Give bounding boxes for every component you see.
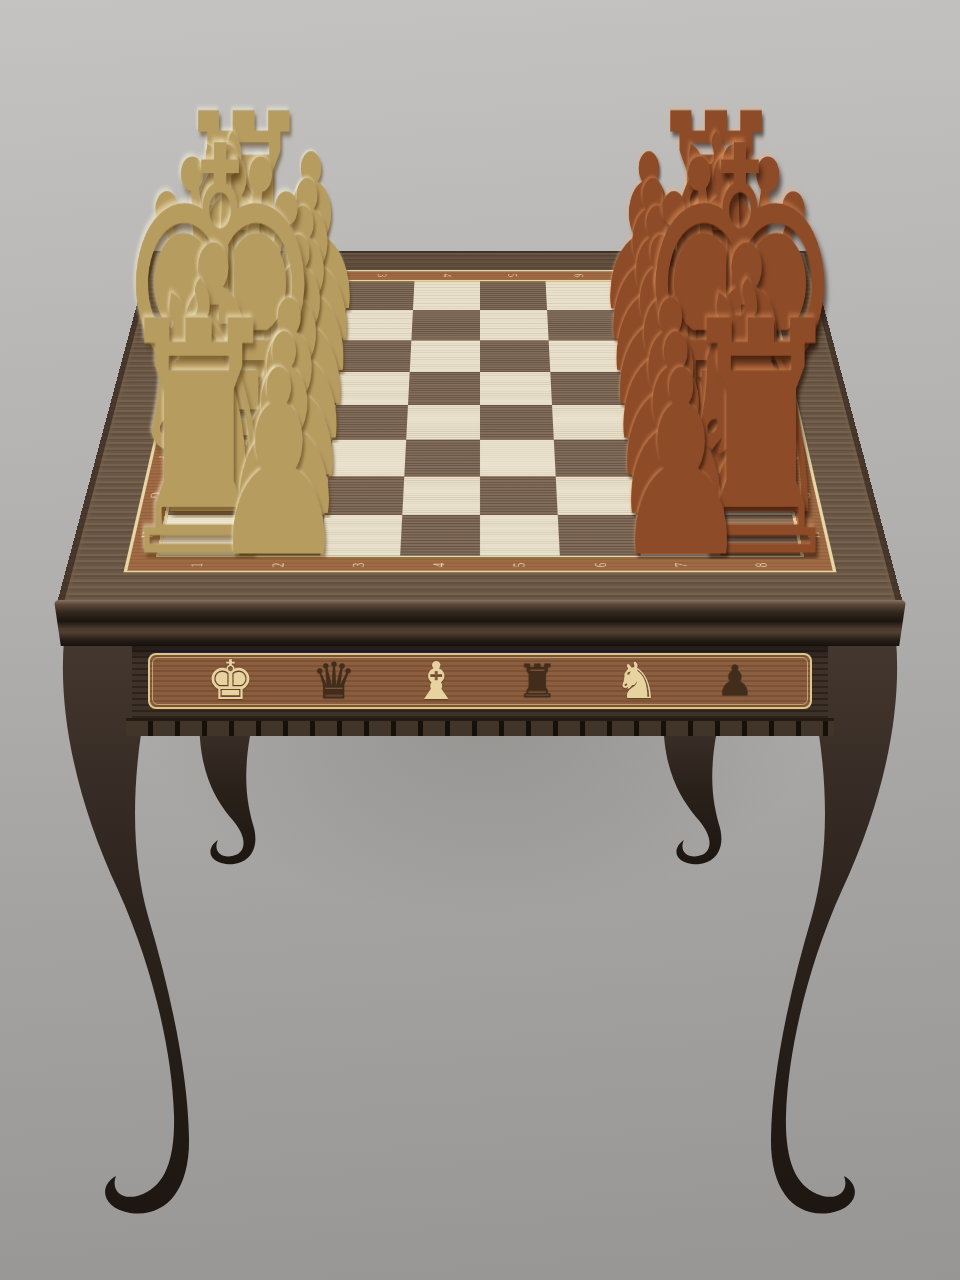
- square-f7: ♟: [628, 440, 708, 477]
- square-f2: ♟: [252, 440, 332, 477]
- square-b5: [480, 310, 549, 340]
- coord-back-8: 8: [701, 274, 717, 277]
- coord-back-1: 1: [243, 274, 259, 277]
- square-a8: ♜: [677, 281, 749, 310]
- square-c5: [480, 340, 551, 372]
- table-apron: ♚♛♝♜♞♟: [132, 646, 828, 718]
- square-a5: [480, 281, 547, 310]
- coord-front-5: 5: [511, 563, 530, 567]
- square-g6: [556, 476, 636, 515]
- square-c4: [409, 340, 480, 372]
- square-c6: [549, 340, 621, 372]
- square-g3: [324, 476, 404, 515]
- coord-front-7: 7: [672, 563, 692, 567]
- square-e5: [480, 405, 554, 440]
- square-b1: ♞: [205, 310, 279, 340]
- coord-right-c: C: [765, 354, 782, 358]
- square-h5: [480, 515, 560, 556]
- coord-front-1: 1: [188, 563, 208, 567]
- squares-grid: ♜♟♟♜♞♟♟♞♝♟♟♝♛♟♟♛♚♟♟♚♝♟♟♝♞♟♟♞♜♟♟♜: [156, 280, 804, 557]
- square-c3: [339, 340, 411, 372]
- inlay-rook-icon: ♜: [516, 658, 557, 704]
- coord-right-d: D: [772, 386, 790, 391]
- square-c7: ♟: [618, 340, 692, 372]
- coord-left-c: C: [177, 354, 194, 358]
- coord-back-3: 3: [374, 274, 390, 277]
- square-h8: ♜: [714, 515, 800, 556]
- square-f8: ♝: [702, 440, 784, 477]
- square-e4: [406, 405, 480, 440]
- inlay-queen-icon: ♛: [312, 656, 357, 706]
- square-a4: [413, 281, 480, 310]
- square-g5: [480, 476, 558, 515]
- square-h4: [400, 515, 480, 556]
- coord-left-b: B: [184, 323, 201, 327]
- square-a2: ♟: [278, 281, 348, 310]
- coord-back-5: 5: [505, 274, 520, 277]
- square-b7: ♟: [615, 310, 687, 340]
- coord-right-g: G: [795, 492, 814, 498]
- square-c8: ♝: [687, 340, 762, 372]
- square-e3: [332, 405, 408, 440]
- coord-front-8: 8: [752, 563, 772, 567]
- square-e8: ♚: [697, 405, 777, 440]
- square-h2: ♟: [240, 515, 324, 556]
- square-e7: ♟: [625, 405, 703, 440]
- square-g2: ♟: [246, 476, 328, 515]
- square-a7: ♟: [612, 281, 682, 310]
- square-a1: ♜: [211, 281, 283, 310]
- back-edge-numbers: 12345678: [217, 270, 743, 280]
- square-e6: [552, 405, 628, 440]
- coord-right-f: F: [787, 456, 806, 460]
- coord-front-3: 3: [349, 563, 368, 567]
- coord-right-b: B: [759, 323, 776, 327]
- square-b2: ♟: [273, 310, 345, 340]
- apron-inlay-panel: ♚♛♝♜♞♟: [148, 653, 812, 709]
- square-d6: [551, 372, 625, 405]
- apron-inlay-figures: ♚♛♝♜♞♟: [150, 655, 810, 707]
- coord-left-e: E: [162, 420, 180, 424]
- coord-back-2: 2: [308, 274, 324, 277]
- coord-front-6: 6: [591, 563, 610, 567]
- square-e1: ♚: [184, 405, 264, 440]
- coord-front-4: 4: [430, 563, 449, 567]
- square-g8: ♞: [708, 476, 792, 515]
- coord-back-4: 4: [440, 274, 455, 277]
- square-d7: ♟: [621, 372, 697, 405]
- square-f1: ♝: [176, 440, 258, 477]
- front-edge-numbers: 12345678: [156, 557, 804, 572]
- square-h3: [320, 515, 402, 556]
- square-f4: [404, 440, 480, 477]
- coord-left-a: A: [191, 294, 208, 298]
- square-f3: [328, 440, 406, 477]
- square-f6: [554, 440, 632, 477]
- coord-left-h: H: [136, 532, 156, 538]
- square-b3: [342, 310, 412, 340]
- square-d5: [480, 372, 552, 405]
- inlay-bishop-icon: ♝: [413, 655, 460, 707]
- square-b4: [411, 310, 480, 340]
- tabletop-edge-molding: [54, 600, 906, 646]
- square-h1: ♜: [160, 515, 246, 556]
- square-g7: ♟: [632, 476, 714, 515]
- coord-front-2: 2: [269, 563, 289, 567]
- inlay-pawn-icon: ♟: [716, 660, 754, 702]
- square-d8: ♛: [692, 372, 769, 405]
- square-h7: ♟: [636, 515, 720, 556]
- square-b8: ♞: [682, 310, 756, 340]
- square-a3: [345, 281, 414, 310]
- coord-back-6: 6: [570, 274, 586, 277]
- coord-back-7: 7: [636, 274, 652, 277]
- square-d3: [336, 372, 410, 405]
- coord-left-f: F: [154, 456, 173, 460]
- inlay-king-icon: ♚: [206, 654, 254, 708]
- square-d1: ♛: [191, 372, 268, 405]
- square-g4: [402, 476, 480, 515]
- coord-right-e: E: [780, 420, 798, 424]
- coord-left-d: D: [170, 386, 188, 391]
- square-d4: [408, 372, 480, 405]
- chessboard: 12345678 12345678 ABCDEFGH ABCDEFGH ♜♟♟♜…: [57, 251, 903, 604]
- inlay-knight-icon: ♞: [614, 656, 659, 706]
- dentil-molding: [126, 718, 834, 736]
- square-b6: [547, 310, 617, 340]
- square-d2: ♟: [263, 372, 339, 405]
- coord-right-a: A: [753, 294, 770, 298]
- square-c2: ♟: [268, 340, 342, 372]
- square-g1: ♞: [168, 476, 252, 515]
- square-e2: ♟: [258, 405, 336, 440]
- coord-left-g: G: [145, 492, 164, 498]
- square-f5: [480, 440, 556, 477]
- square-c1: ♝: [198, 340, 273, 372]
- square-h6: [558, 515, 640, 556]
- square-a6: [546, 281, 615, 310]
- coord-right-h: H: [804, 532, 824, 538]
